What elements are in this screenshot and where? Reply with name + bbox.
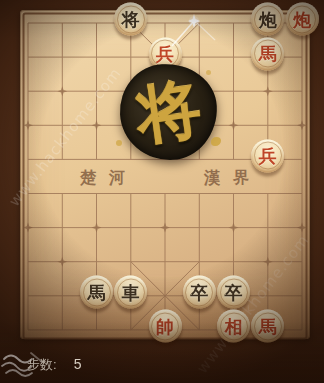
piece-black-general[interactable]: 将: [114, 3, 147, 36]
move-counter-label: 步数:: [27, 357, 57, 372]
move-counter: 步数:5: [27, 356, 81, 374]
piece-red-horse[interactable]: 馬: [251, 37, 284, 70]
piece-label: 炮: [293, 10, 311, 28]
game-screen: 楚河 漢界 将炮炮兵馬兵馬車卒卒帥相馬 将 www.hackhome.com w…: [0, 0, 324, 383]
move-counter-value: 5: [74, 356, 82, 372]
piece-red-soldier[interactable]: 兵: [251, 139, 284, 172]
piece-red-general[interactable]: 帥: [149, 310, 182, 343]
piece-label: 馬: [88, 283, 106, 301]
gold-splash-icon: [206, 70, 211, 75]
piece-red-cannon[interactable]: 炮: [286, 3, 319, 36]
gold-splash-icon: [116, 140, 122, 146]
piece-label: 兵: [259, 147, 277, 165]
check-character: 将: [131, 64, 206, 159]
move-sparkle-icon: [155, 5, 230, 55]
piece-black-cannon[interactable]: 炮: [251, 3, 284, 36]
piece-red-horse[interactable]: 馬: [251, 310, 284, 343]
piece-label: 車: [122, 283, 140, 301]
piece-label: 馬: [259, 45, 277, 63]
piece-black-horse[interactable]: 馬: [80, 276, 113, 309]
piece-grid: 将炮炮兵馬兵馬車卒卒帥相馬: [11, 6, 319, 347]
piece-black-chariot[interactable]: 車: [114, 276, 147, 309]
piece-label: 将: [122, 10, 140, 28]
piece-label: 卒: [225, 283, 243, 301]
piece-label: 卒: [190, 283, 208, 301]
piece-label: 馬: [259, 317, 277, 335]
piece-black-soldier[interactable]: 卒: [183, 276, 216, 309]
piece-label: 帥: [156, 317, 174, 335]
piece-label: 炮: [259, 10, 277, 28]
